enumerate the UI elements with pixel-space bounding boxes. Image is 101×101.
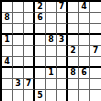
- cell-r5c5[interactable]: [46, 46, 57, 57]
- given-cell-r5c7: 2: [68, 46, 79, 57]
- cell-r8c4[interactable]: [35, 79, 46, 90]
- cell-r7c9[interactable]: [90, 68, 101, 79]
- given-cell-r8c3: 7: [24, 79, 35, 90]
- cell-r4c9[interactable]: [90, 35, 101, 46]
- given-cell-r4c1: 1: [2, 35, 13, 46]
- cell-r7c6[interactable]: [57, 68, 68, 79]
- cell-r9c1[interactable]: [2, 90, 13, 101]
- cell-r8c7[interactable]: [68, 79, 79, 90]
- given-cell-r7c8: 6: [79, 68, 90, 79]
- cell-r3c6[interactable]: [57, 24, 68, 35]
- cell-r9c9[interactable]: [90, 90, 101, 101]
- cell-r3c5[interactable]: [46, 24, 57, 35]
- cell-r4c2[interactable]: [13, 35, 24, 46]
- cell-r1c1[interactable]: [2, 2, 13, 13]
- cell-r2c8[interactable]: [79, 13, 90, 24]
- cell-r9c3[interactable]: [24, 90, 35, 101]
- cell-r6c9[interactable]: [90, 57, 101, 68]
- cell-r8c5[interactable]: [46, 79, 57, 90]
- cell-r6c5[interactable]: [46, 57, 57, 68]
- cell-r5c1[interactable]: [2, 46, 13, 57]
- given-cell-r1c6: 7: [57, 2, 68, 13]
- cell-r9c8[interactable]: [79, 90, 90, 101]
- cell-r6c2[interactable]: [13, 57, 24, 68]
- given-cell-r2c4: 6: [35, 13, 46, 24]
- cell-r3c3[interactable]: [24, 24, 35, 35]
- sudoku-board: 27486183274186375: [0, 0, 101, 101]
- cell-r3c4[interactable]: [35, 24, 46, 35]
- cell-r5c4[interactable]: [35, 46, 46, 57]
- cell-r2c9[interactable]: [90, 13, 101, 24]
- cell-r5c3[interactable]: [24, 46, 35, 57]
- cell-r6c3[interactable]: [24, 57, 35, 68]
- given-cell-r1c4: 2: [35, 2, 46, 13]
- cell-r7c1[interactable]: [2, 68, 13, 79]
- cell-r7c4[interactable]: [35, 68, 46, 79]
- cell-r4c3[interactable]: [24, 35, 35, 46]
- cell-r4c7[interactable]: [68, 35, 79, 46]
- cell-r1c2[interactable]: [13, 2, 24, 13]
- cell-r2c2[interactable]: [13, 13, 24, 24]
- given-cell-r8c2: 3: [13, 79, 24, 90]
- cell-r9c2[interactable]: [13, 90, 24, 101]
- cell-r8c1[interactable]: [2, 79, 13, 90]
- cell-r2c7[interactable]: [68, 13, 79, 24]
- given-cell-r5c9: 7: [90, 46, 101, 57]
- cell-r1c7[interactable]: [68, 2, 79, 13]
- cell-r1c9[interactable]: [90, 2, 101, 13]
- given-cell-r1c8: 4: [79, 2, 90, 13]
- cell-r5c2[interactable]: [13, 46, 24, 57]
- cell-r8c9[interactable]: [90, 79, 101, 90]
- given-cell-r4c5: 8: [46, 35, 57, 46]
- cell-r6c6[interactable]: [57, 57, 68, 68]
- given-cell-r7c7: 8: [68, 68, 79, 79]
- cell-r5c6[interactable]: [57, 46, 68, 57]
- cell-r1c3[interactable]: [24, 2, 35, 13]
- cell-r9c7[interactable]: [68, 90, 79, 101]
- given-cell-r7c5: 1: [46, 68, 57, 79]
- cell-r9c6[interactable]: [57, 90, 68, 101]
- cell-r6c4[interactable]: [35, 57, 46, 68]
- cell-r4c4[interactable]: [35, 35, 46, 46]
- cell-r3c1[interactable]: [2, 24, 13, 35]
- given-cell-r6c1: 4: [2, 57, 13, 68]
- given-cell-r4c6: 3: [57, 35, 68, 46]
- cell-r2c3[interactable]: [24, 13, 35, 24]
- cell-r2c5[interactable]: [46, 13, 57, 24]
- cell-r3c8[interactable]: [79, 24, 90, 35]
- given-cell-r2c1: 8: [2, 13, 13, 24]
- cell-r2c6[interactable]: [57, 13, 68, 24]
- cell-r3c9[interactable]: [90, 24, 101, 35]
- cell-r7c3[interactable]: [24, 68, 35, 79]
- cell-r7c2[interactable]: [13, 68, 24, 79]
- cell-r5c8[interactable]: [79, 46, 90, 57]
- cell-r9c5[interactable]: [46, 90, 57, 101]
- cell-r8c8[interactable]: [79, 79, 90, 90]
- cell-r3c7[interactable]: [68, 24, 79, 35]
- cell-r1c5[interactable]: [46, 2, 57, 13]
- cell-r3c2[interactable]: [13, 24, 24, 35]
- cell-r6c7[interactable]: [68, 57, 79, 68]
- cell-r8c6[interactable]: [57, 79, 68, 90]
- cell-r4c8[interactable]: [79, 35, 90, 46]
- cell-r6c8[interactable]: [79, 57, 90, 68]
- given-cell-r9c4: 5: [35, 90, 46, 101]
